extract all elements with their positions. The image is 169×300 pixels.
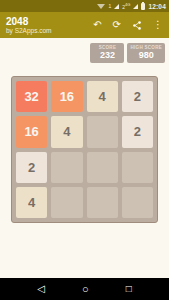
tile-16-r1c2: 16 (51, 81, 82, 112)
tile-2-r1c4: 2 (122, 81, 153, 112)
empty-cell-r4c4 (122, 187, 153, 218)
empty-cell-r3c3 (87, 152, 118, 183)
overflow-menu-icon[interactable]: ⋮ (153, 20, 163, 30)
tile-32-r1c1: 32 (16, 81, 47, 112)
empty-cell-r4c3 (87, 187, 118, 218)
empty-cell-r4c2 (51, 187, 82, 218)
wifi-icon (97, 4, 105, 9)
score-box: SCORE 232 (90, 43, 124, 63)
battery-icon (141, 3, 145, 10)
sim1-label: 1 (108, 4, 111, 9)
tile-2-r2c4: 2 (122, 116, 153, 147)
score-value: 232 (100, 50, 115, 61)
empty-cell-r3c4 (122, 152, 153, 183)
share-icon[interactable] (132, 20, 142, 31)
status-bar: 1 24G 12:04 (0, 0, 169, 12)
tile-2-r3c1: 2 (16, 152, 47, 183)
tile-4-r1c3: 4 (87, 81, 118, 112)
app-title: 2048 (6, 16, 52, 28)
sim2-label: 24G (122, 3, 130, 10)
phone-screen: 1 24G 12:04 2048 by S2Apps.com ↶ ⟳ (0, 0, 169, 300)
empty-cell-r2c3 (87, 116, 118, 147)
title-block: 2048 by S2Apps.com (6, 16, 52, 35)
high-score-box: HIGH SCORE 980 (127, 43, 165, 63)
signal-icon-2 (133, 4, 138, 9)
back-icon[interactable]: ◁ (37, 284, 45, 294)
game-board[interactable]: 321642164224 (11, 76, 158, 223)
tile-16-r2c1: 16 (16, 116, 47, 147)
android-nav-bar: ◁ ○ □ (0, 278, 169, 300)
home-icon[interactable]: ○ (82, 284, 89, 295)
score-panel: SCORE 232 HIGH SCORE 980 (90, 43, 165, 63)
recents-icon[interactable]: □ (126, 284, 132, 294)
app-bar: 2048 by S2Apps.com ↶ ⟳ ⋮ (0, 12, 169, 38)
clock-label: 12:04 (148, 3, 166, 10)
tile-4-r2c2: 4 (51, 116, 82, 147)
app-bar-actions: ↶ ⟳ ⋮ (93, 20, 163, 31)
signal-icon-1 (114, 4, 119, 9)
empty-cell-r3c2 (51, 152, 82, 183)
tile-4-r4c1: 4 (16, 187, 47, 218)
app-subtitle: by S2Apps.com (6, 27, 52, 34)
network-type-label: 4G (125, 2, 130, 7)
high-score-value: 980 (139, 50, 154, 61)
restart-icon[interactable]: ⟳ (113, 20, 121, 30)
undo-icon[interactable]: ↶ (93, 20, 101, 30)
